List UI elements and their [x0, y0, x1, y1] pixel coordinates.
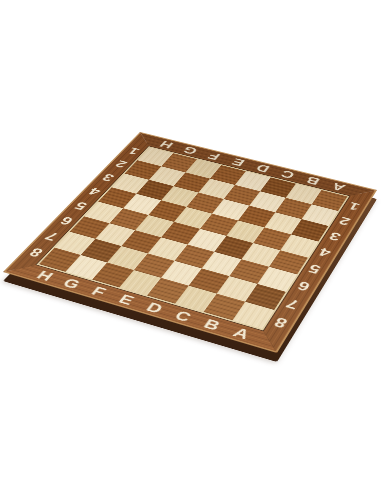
chessboard: HHGGFFEEDDCCBBAA1122334455667788 — [3, 132, 377, 353]
product-photo-canvas: HHGGFFEEDDCCBBAA1122334455667788 — [0, 0, 381, 492]
